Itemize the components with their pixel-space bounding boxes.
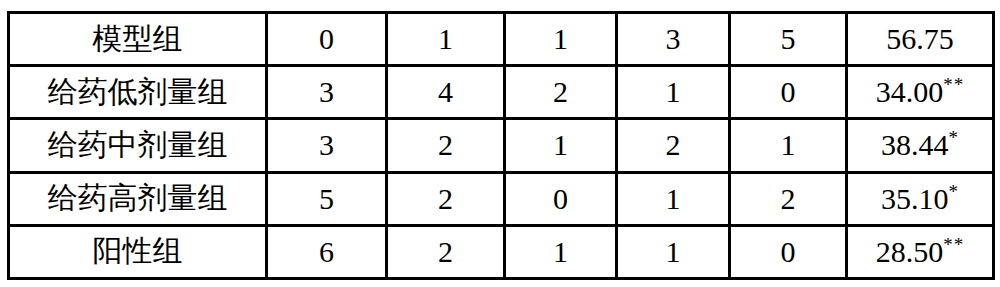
result-cell: 38.44* <box>847 119 994 172</box>
value-cell: 6 <box>267 225 387 278</box>
value-cell: 2 <box>387 225 505 278</box>
value-cell: 2 <box>617 119 730 172</box>
value-cell: 3 <box>617 13 730 66</box>
value-cell: 5 <box>267 172 387 225</box>
significance-marker: * <box>949 127 960 149</box>
value-cell: 0 <box>730 66 847 119</box>
result-cell: 56.75 <box>847 13 994 66</box>
results-table: 模型组 0 1 1 3 5 56.75 给药低剂量组 3 4 2 1 0 34.… <box>7 11 995 280</box>
result-cell: 35.10* <box>847 172 994 225</box>
row-label: 给药高剂量组 <box>9 172 267 225</box>
value-cell: 1 <box>617 225 730 278</box>
row-label: 模型组 <box>9 13 267 66</box>
value-cell: 2 <box>387 172 505 225</box>
value-cell: 2 <box>730 172 847 225</box>
value-cell: 1 <box>505 13 617 66</box>
result-cell: 34.00** <box>847 66 994 119</box>
result-value: 34.00 <box>876 75 944 108</box>
significance-marker: * <box>949 181 960 203</box>
result-value: 38.44 <box>881 128 949 161</box>
row-label: 阳性组 <box>9 225 267 278</box>
table-row: 模型组 0 1 1 3 5 56.75 <box>9 13 994 66</box>
table-row: 给药中剂量组 3 2 1 2 1 38.44* <box>9 119 994 172</box>
result-value: 56.75 <box>886 22 954 55</box>
result-value: 35.10 <box>881 182 949 215</box>
value-cell: 0 <box>730 225 847 278</box>
value-cell: 2 <box>505 66 617 119</box>
value-cell: 0 <box>505 172 617 225</box>
value-cell: 1 <box>730 119 847 172</box>
result-value: 28.50 <box>876 235 944 268</box>
value-cell: 4 <box>387 66 505 119</box>
row-label: 给药中剂量组 <box>9 119 267 172</box>
value-cell: 3 <box>267 66 387 119</box>
value-cell: 3 <box>267 119 387 172</box>
table-row: 给药低剂量组 3 4 2 1 0 34.00** <box>9 66 994 119</box>
table-row: 阳性组 6 2 1 1 0 28.50** <box>9 225 994 278</box>
value-cell: 1 <box>505 225 617 278</box>
value-cell: 1 <box>387 13 505 66</box>
value-cell: 5 <box>730 13 847 66</box>
significance-marker: ** <box>943 234 964 256</box>
document-page: 模型组 0 1 1 3 5 56.75 给药低剂量组 3 4 2 1 0 34.… <box>0 0 1000 287</box>
value-cell: 1 <box>617 172 730 225</box>
value-cell: 1 <box>617 66 730 119</box>
value-cell: 1 <box>505 119 617 172</box>
row-label: 给药低剂量组 <box>9 66 267 119</box>
result-cell: 28.50** <box>847 225 994 278</box>
value-cell: 2 <box>387 119 505 172</box>
significance-marker: ** <box>943 74 964 96</box>
value-cell: 0 <box>267 13 387 66</box>
table-row: 给药高剂量组 5 2 0 1 2 35.10* <box>9 172 994 225</box>
